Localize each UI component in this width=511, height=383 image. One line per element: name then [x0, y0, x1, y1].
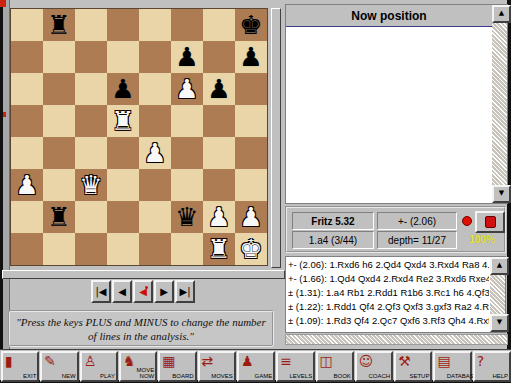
square-c4[interactable] — [75, 137, 107, 169]
engine-evaluation: +- (2.06) — [377, 212, 457, 230]
tip-box: "Press the keys PLUS and MINUS to change… — [8, 310, 274, 347]
playback-controls: |◀◀◀▶▶| — [91, 280, 195, 303]
square-g2[interactable]: ♟ — [203, 201, 235, 233]
square-g4[interactable] — [203, 137, 235, 169]
square-d2[interactable] — [107, 201, 139, 233]
engine-current-move: 1.a4 (3/44) — [292, 231, 374, 249]
square-h3[interactable] — [235, 169, 267, 201]
engine-icon — [485, 216, 496, 228]
engine-name: Fritz 5.32 — [292, 212, 374, 230]
coach-people-icon: ☺ — [359, 353, 374, 369]
square-h1[interactable]: ♚ — [235, 233, 267, 265]
square-h6[interactable] — [235, 73, 267, 105]
game-pieces-icon: ♟ — [241, 353, 254, 369]
black-pawn-g6[interactable]: ♟ — [207, 73, 230, 105]
square-f2[interactable]: ♛ — [171, 201, 203, 233]
help-question-icon: ? — [477, 353, 484, 369]
window-left-bar — [3, 0, 10, 349]
square-c8[interactable] — [75, 9, 107, 41]
engine-status-led — [462, 216, 472, 226]
square-e7[interactable] — [139, 41, 171, 73]
back-button[interactable]: ◀ — [112, 280, 132, 303]
coach-button[interactable]: ☺COACH — [355, 351, 393, 382]
database-icon: ▤ — [437, 353, 450, 369]
exit-door-icon: ▮ — [5, 353, 13, 369]
toolbar-button-label: NEW — [62, 373, 76, 379]
square-f6[interactable]: ♟ — [171, 73, 203, 105]
square-c7[interactable] — [75, 41, 107, 73]
square-g5[interactable] — [203, 105, 235, 137]
square-g1[interactable]: ♜ — [203, 233, 235, 265]
tip-text-line1: "Press the keys PLUS and MINUS to change… — [16, 315, 266, 329]
tip-text-line2: of lines in the analysis." — [88, 329, 194, 343]
square-f4[interactable] — [171, 137, 203, 169]
square-f1[interactable] — [171, 233, 203, 265]
play-hand-icon: ♙ — [84, 353, 97, 369]
square-d5[interactable]: ♜ — [107, 105, 139, 137]
analysis-line-2[interactable]: +- (1.66): 1.Qd4 Qxd4 2.Rxd4 Re2 3.Rxd6 … — [288, 272, 489, 286]
square-a1[interactable] — [11, 233, 43, 265]
levels-button[interactable]: ≡LEVELS — [276, 351, 314, 382]
toolbar-button-label: COACH — [368, 373, 390, 379]
toolbar-button-label: PLAY — [100, 373, 115, 379]
square-a6[interactable] — [11, 73, 43, 105]
square-f5[interactable] — [171, 105, 203, 137]
square-e1[interactable] — [139, 233, 171, 265]
moves-button[interactable]: ⇄MOVES — [198, 351, 236, 382]
toolbar-button-label: MOVE NOW — [132, 367, 154, 379]
black-pawn-f7[interactable]: ♟ — [175, 41, 198, 73]
scroll-up-icon[interactable]: ▲ — [490, 257, 509, 275]
levels-stairs-icon: ≡ — [280, 353, 292, 369]
square-e3[interactable] — [139, 169, 171, 201]
board-button[interactable]: ▦BOARD — [158, 351, 196, 382]
square-e2[interactable] — [139, 201, 171, 233]
toolbar-button-label: HELP — [492, 373, 508, 379]
square-h5[interactable] — [235, 105, 267, 137]
chess-board[interactable]: ♜♚♟♟♟♟♟♜♟♟♛♜♛♟♟♜♚ — [10, 8, 268, 266]
square-a2[interactable] — [11, 201, 43, 233]
square-g3[interactable] — [203, 169, 235, 201]
square-a3[interactable]: ♟ — [11, 169, 43, 201]
square-g8[interactable] — [203, 9, 235, 41]
square-a5[interactable] — [11, 105, 43, 137]
black-rook-b2[interactable]: ♜ — [47, 201, 70, 233]
new-pencil-icon: ✎ — [44, 353, 56, 369]
book-button[interactable]: ◫BOOK — [316, 351, 354, 382]
square-e6[interactable] — [139, 73, 171, 105]
scroll-up-icon[interactable]: ▲ — [492, 5, 511, 23]
toolbar-button-label: BOARD — [172, 373, 193, 379]
white-pawn-h2[interactable]: ♟ — [239, 201, 262, 233]
go-first-button[interactable]: |◀ — [91, 280, 111, 303]
notation-panel: Now position ▲ ▼ — [285, 4, 508, 204]
square-e4[interactable]: ♟ — [139, 137, 171, 169]
toolbar-button-label: LEVELS — [290, 373, 312, 379]
white-pawn-g2[interactable]: ♟ — [207, 201, 230, 233]
square-a4[interactable] — [11, 137, 43, 169]
square-f3[interactable] — [171, 169, 203, 201]
analysis-line-5[interactable]: ± (1.09): 1.Rd3 Qf4 2.Qc7 Qxf6 3.Rf3 Qh4… — [288, 314, 489, 328]
current-move-marker-button[interactable]: ◀ — [133, 280, 153, 303]
white-pawn-e4[interactable]: ♟ — [143, 137, 166, 169]
engine-depth: depth= 11/27 — [377, 231, 457, 249]
square-h7[interactable]: ♟ — [235, 41, 267, 73]
move-now-button[interactable]: ♞MOVE NOW — [119, 351, 157, 382]
white-pawn-a3[interactable]: ♟ — [15, 169, 38, 201]
scroll-down-icon[interactable]: ▼ — [492, 185, 511, 203]
square-b8[interactable]: ♜ — [43, 9, 75, 41]
square-e8[interactable] — [139, 9, 171, 41]
new-button[interactable]: ✎NEW — [40, 351, 78, 382]
book-icon: ◫ — [320, 353, 333, 369]
square-h2[interactable]: ♟ — [235, 201, 267, 233]
square-d4[interactable] — [107, 137, 139, 169]
white-pawn-f6[interactable]: ♟ — [175, 73, 198, 105]
square-c1[interactable] — [75, 233, 107, 265]
square-d7[interactable] — [107, 41, 139, 73]
hash-fill-indicator: 100% — [462, 231, 502, 247]
square-b6[interactable] — [43, 73, 75, 105]
square-h8[interactable]: ♚ — [235, 9, 267, 41]
fritz-window: ♜♚♟♟♟♟♟♜♟♟♛♜♛♟♟♜♚ Now position ▲ ▼ Fritz… — [0, 0, 511, 383]
square-f7[interactable]: ♟ — [171, 41, 203, 73]
square-e5[interactable] — [139, 105, 171, 137]
toolbar-button-label: DATABASE — [447, 373, 469, 379]
square-g7[interactable] — [203, 41, 235, 73]
engine-button[interactable] — [475, 211, 505, 233]
notation-scrollbar[interactable]: ▲ ▼ — [492, 5, 507, 203]
square-a8[interactable] — [11, 9, 43, 41]
square-b1[interactable] — [43, 233, 75, 265]
analysis-scrollbar[interactable]: ▲ ▼ — [490, 257, 505, 332]
square-c2[interactable] — [75, 201, 107, 233]
go-last-button[interactable]: ▶| — [175, 280, 195, 303]
analysis-horizontal-scrollbar[interactable] — [285, 334, 508, 345]
play-button[interactable]: ♙PLAY — [80, 351, 118, 382]
black-rook-b8[interactable]: ♜ — [47, 9, 70, 41]
toolbar-button-label: SETUP — [409, 373, 429, 379]
square-f8[interactable] — [171, 9, 203, 41]
square-d6[interactable]: ♟ — [107, 73, 139, 105]
white-queen-c3[interactable]: ♛ — [79, 169, 102, 201]
analysis-line-4[interactable]: ± (1.22): 1.Rdd1 Qf4 2.Qf3 Qxf3 3.gxf3 R… — [288, 300, 489, 314]
notation-panel-title: Now position — [286, 5, 492, 27]
window-left-mark — [3, 112, 6, 117]
black-king-h8[interactable]: ♚ — [239, 9, 262, 41]
forward-button[interactable]: ▶ — [154, 280, 174, 303]
square-b4[interactable] — [43, 137, 75, 169]
game-button[interactable]: ♟GAME — [237, 351, 275, 382]
panel-divider — [271, 8, 281, 268]
exit-button[interactable]: ▮EXIT — [1, 351, 39, 382]
square-c5[interactable] — [75, 105, 107, 137]
square-a7[interactable] — [11, 41, 43, 73]
black-queen-f2[interactable]: ♛ — [175, 201, 198, 233]
analysis-lines: +- (2.06): 1.Rxd6 h6 2.Qd4 Qxd4 3.Rxd4 R… — [288, 258, 489, 332]
main-toolbar: ▮EXIT✎NEW♙PLAY♞MOVE NOW▦BOARD⇄MOVES♟GAME… — [0, 349, 511, 380]
moves-arrows-icon: ⇄ — [202, 353, 214, 369]
square-b7[interactable] — [43, 41, 75, 73]
square-b3[interactable] — [43, 169, 75, 201]
square-d8[interactable] — [107, 9, 139, 41]
window-corner-mark — [0, 0, 6, 7]
toolbar-button-label: EXIT — [23, 373, 36, 379]
white-king-h1[interactable]: ♚ — [239, 233, 262, 265]
toolbar-button-label: GAME — [255, 373, 273, 379]
board-frame-bar — [2, 270, 285, 279]
square-c6[interactable] — [75, 73, 107, 105]
database-button[interactable]: ▤DATABASE — [433, 351, 471, 382]
square-d1[interactable] — [107, 233, 139, 265]
analysis-line-1[interactable]: +- (2.06): 1.Rxd6 h6 2.Qd4 Qxd4 3.Rxd4 R… — [288, 258, 489, 272]
setup-hammer-icon: ⚒ — [398, 353, 411, 369]
setup-button[interactable]: ⚒SETUP — [394, 351, 432, 382]
square-c3[interactable]: ♛ — [75, 169, 107, 201]
engine-panel: Fritz 5.32 +- (2.06) 1.a4 (3/44) depth= … — [285, 206, 506, 253]
scroll-down-icon[interactable]: ▼ — [490, 314, 509, 332]
square-b5[interactable] — [43, 105, 75, 137]
square-d3[interactable] — [107, 169, 139, 201]
analysis-panel: +- (2.06): 1.Rxd6 h6 2.Qd4 Qxd4 3.Rxd4 R… — [285, 256, 506, 333]
analysis-line-3[interactable]: ± (1.31): 1.a4 Rb1 2.Rdd1 R1b6 3.Rc1 h6 … — [288, 286, 489, 300]
black-pawn-d6[interactable]: ♟ — [111, 73, 134, 105]
black-pawn-h7[interactable]: ♟ — [239, 41, 262, 73]
notation-panel-body[interactable] — [286, 26, 492, 203]
toolbar-button-label: MOVES — [211, 373, 233, 379]
toolbar-button-label: BOOK — [333, 373, 350, 379]
chessboard-icon: ▦ — [162, 353, 175, 369]
square-h4[interactable] — [235, 137, 267, 169]
help-button[interactable]: ?HELP — [473, 351, 511, 382]
square-g6[interactable]: ♟ — [203, 73, 235, 105]
white-rook-g1[interactable]: ♜ — [207, 233, 230, 265]
square-b2[interactable]: ♜ — [43, 201, 75, 233]
white-rook-d5[interactable]: ♜ — [111, 105, 134, 137]
